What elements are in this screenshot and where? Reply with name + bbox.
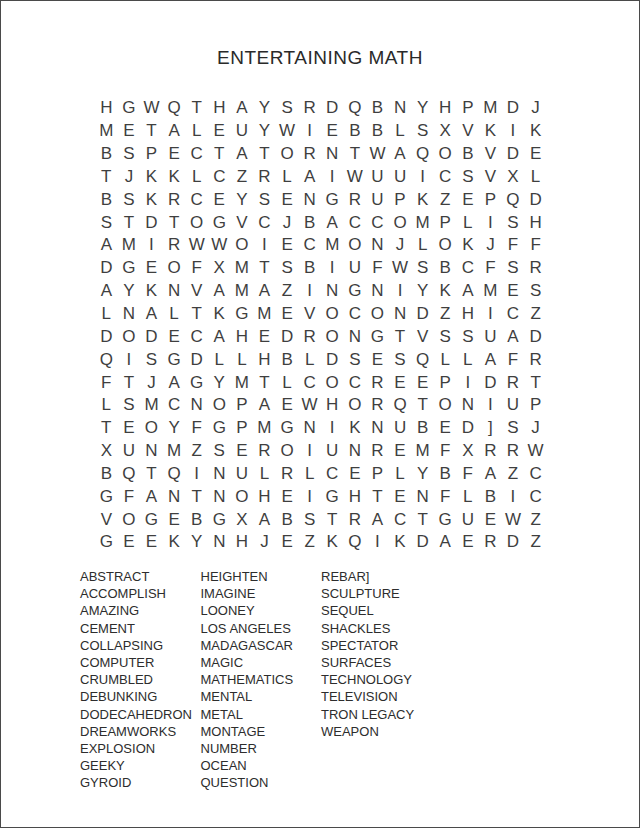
grid-cell-r6c4[interactable]: T [163, 211, 186, 234]
grid-cell-r8c12[interactable]: U [344, 257, 367, 280]
grid-cell-r18c16[interactable]: F [434, 485, 457, 508]
grid-cell-r9c8[interactable]: A [253, 280, 276, 303]
grid-cell-r8c10[interactable]: B [298, 257, 321, 280]
grid-cell-r20c11[interactable]: K [321, 531, 344, 554]
grid-cell-r2c11[interactable]: E [321, 120, 344, 143]
grid-cell-r10c5[interactable]: T [185, 303, 208, 326]
grid-cell-r8c18[interactable]: F [479, 257, 502, 280]
grid-cell-r17c18[interactable]: A [479, 463, 502, 486]
grid-cell-r7c3[interactable]: I [140, 234, 163, 257]
grid-cell-r7c2[interactable]: M [118, 234, 141, 257]
grid-cell-r18c18[interactable]: B [479, 485, 502, 508]
grid-cell-r4c20[interactable]: L [524, 166, 547, 189]
grid-cell-r1c2[interactable]: G [118, 97, 141, 120]
grid-cell-r17c19[interactable]: Z [502, 463, 525, 486]
grid-cell-r14c9[interactable]: E [276, 394, 299, 417]
grid-cell-r13c12[interactable]: C [344, 371, 367, 394]
grid-cell-r7c12[interactable]: O [344, 234, 367, 257]
grid-cell-r13c14[interactable]: E [389, 371, 412, 394]
grid-cell-r2c20[interactable]: K [524, 120, 547, 143]
grid-cell-r5c9[interactable]: E [276, 188, 299, 211]
grid-cell-r12c10[interactable]: L [298, 348, 321, 371]
grid-cell-r10c18[interactable]: I [479, 303, 502, 326]
grid-cell-r14c1[interactable]: L [95, 394, 118, 417]
grid-cell-r6c6[interactable]: G [208, 211, 231, 234]
grid-cell-r20c16[interactable]: A [434, 531, 457, 554]
grid-cell-r12c9[interactable]: B [276, 348, 299, 371]
grid-cell-r11c19[interactable]: A [502, 325, 525, 348]
grid-cell-r20c6[interactable]: N [208, 531, 231, 554]
grid-cell-r5c6[interactable]: E [208, 188, 231, 211]
grid-cell-r11c2[interactable]: O [118, 325, 141, 348]
grid-cell-r18c4[interactable]: N [163, 485, 186, 508]
grid-cell-r5c19[interactable]: Q [502, 188, 525, 211]
grid-cell-r5c14[interactable]: P [389, 188, 412, 211]
grid-cell-r8c14[interactable]: W [389, 257, 412, 280]
grid-cell-r2c18[interactable]: K [479, 120, 502, 143]
grid-cell-r5c4[interactable]: R [163, 188, 186, 211]
grid-cell-r8c20[interactable]: R [524, 257, 547, 280]
grid-cell-r7c18[interactable]: J [479, 234, 502, 257]
grid-cell-r8c3[interactable]: E [140, 257, 163, 280]
grid-cell-r14c12[interactable]: O [344, 394, 367, 417]
grid-cell-r3c4[interactable]: E [163, 143, 186, 166]
grid-cell-r6c20[interactable]: H [524, 211, 547, 234]
grid-cell-r13c4[interactable]: A [163, 371, 186, 394]
grid-cell-r2c16[interactable]: X [434, 120, 457, 143]
grid-cell-r12c6[interactable]: L [208, 348, 231, 371]
grid-cell-r3c8[interactable]: T [253, 143, 276, 166]
grid-cell-r11c5[interactable]: C [185, 325, 208, 348]
grid-cell-r6c19[interactable]: S [502, 211, 525, 234]
grid-cell-r15c8[interactable]: M [253, 417, 276, 440]
grid-cell-r1c13[interactable]: B [366, 97, 389, 120]
grid-cell-r9c1[interactable]: A [95, 280, 118, 303]
grid-cell-r16c14[interactable]: E [389, 440, 412, 463]
grid-cell-r9c16[interactable]: K [434, 280, 457, 303]
grid-cell-r6c18[interactable]: I [479, 211, 502, 234]
grid-cell-r12c7[interactable]: L [231, 348, 254, 371]
grid-cell-r3c3[interactable]: P [140, 143, 163, 166]
grid-cell-r11c1[interactable]: D [95, 325, 118, 348]
grid-cell-r2c14[interactable]: L [389, 120, 412, 143]
grid-cell-r10c3[interactable]: A [140, 303, 163, 326]
grid-cell-r16c12[interactable]: N [344, 440, 367, 463]
grid-cell-r1c5[interactable]: T [185, 97, 208, 120]
grid-cell-r3c10[interactable]: R [298, 143, 321, 166]
grid-cell-r19c13[interactable]: A [366, 508, 389, 531]
grid-cell-r5c7[interactable]: Y [231, 188, 254, 211]
grid-cell-r5c20[interactable]: D [524, 188, 547, 211]
grid-cell-r12c12[interactable]: S [344, 348, 367, 371]
grid-cell-r17c10[interactable]: L [298, 463, 321, 486]
grid-cell-r14c18[interactable]: I [479, 394, 502, 417]
grid-cell-r20c19[interactable]: D [502, 531, 525, 554]
grid-cell-r10c14[interactable]: N [389, 303, 412, 326]
grid-cell-r15c13[interactable]: N [366, 417, 389, 440]
grid-cell-r8c19[interactable]: S [502, 257, 525, 280]
grid-cell-r16c9[interactable]: O [276, 440, 299, 463]
grid-cell-r3c12[interactable]: T [344, 143, 367, 166]
grid-cell-r2c7[interactable]: U [231, 120, 254, 143]
grid-cell-r16c18[interactable]: R [479, 440, 502, 463]
grid-cell-r17c3[interactable]: T [140, 463, 163, 486]
grid-cell-r14c17[interactable]: N [457, 394, 480, 417]
grid-cell-r7c20[interactable]: F [524, 234, 547, 257]
grid-cell-r5c15[interactable]: K [411, 188, 434, 211]
grid-cell-r18c2[interactable]: F [118, 485, 141, 508]
grid-cell-r18c14[interactable]: E [389, 485, 412, 508]
grid-cell-r4c4[interactable]: K [163, 166, 186, 189]
grid-cell-r17c13[interactable]: P [366, 463, 389, 486]
grid-cell-r9c20[interactable]: S [524, 280, 547, 303]
grid-cell-r12c13[interactable]: E [366, 348, 389, 371]
grid-cell-r5c17[interactable]: E [457, 188, 480, 211]
grid-cell-r20c2[interactable]: E [118, 531, 141, 554]
grid-cell-r7c10[interactable]: C [298, 234, 321, 257]
grid-cell-r13c18[interactable]: D [479, 371, 502, 394]
grid-cell-r7c13[interactable]: N [366, 234, 389, 257]
grid-cell-r7c11[interactable]: M [321, 234, 344, 257]
grid-cell-r17c12[interactable]: E [344, 463, 367, 486]
grid-cell-r16c20[interactable]: W [524, 440, 547, 463]
grid-cell-r10c15[interactable]: D [411, 303, 434, 326]
grid-cell-r12c17[interactable]: L [457, 348, 480, 371]
grid-cell-r19c14[interactable]: C [389, 508, 412, 531]
grid-cell-r1c19[interactable]: D [502, 97, 525, 120]
grid-cell-r20c7[interactable]: H [231, 531, 254, 554]
grid-cell-r2c15[interactable]: S [411, 120, 434, 143]
grid-cell-r18c12[interactable]: H [344, 485, 367, 508]
grid-cell-r15c18[interactable]: ] [479, 417, 502, 440]
grid-cell-r9c12[interactable]: G [344, 280, 367, 303]
grid-cell-r2c13[interactable]: B [366, 120, 389, 143]
grid-cell-r12c8[interactable]: H [253, 348, 276, 371]
grid-cell-r18c11[interactable]: G [321, 485, 344, 508]
grid-cell-r12c14[interactable]: S [389, 348, 412, 371]
grid-cell-r14c2[interactable]: S [118, 394, 141, 417]
grid-cell-r13c16[interactable]: P [434, 371, 457, 394]
grid-cell-r5c18[interactable]: P [479, 188, 502, 211]
grid-cell-r14c20[interactable]: P [524, 394, 547, 417]
grid-cell-r7c16[interactable]: O [434, 234, 457, 257]
grid-cell-r6c11[interactable]: A [321, 211, 344, 234]
grid-cell-r15c11[interactable]: I [321, 417, 344, 440]
grid-cell-r16c15[interactable]: M [411, 440, 434, 463]
grid-cell-r20c18[interactable]: R [479, 531, 502, 554]
grid-cell-r10c6[interactable]: K [208, 303, 231, 326]
grid-cell-r6c17[interactable]: L [457, 211, 480, 234]
grid-cell-r10c20[interactable]: Z [524, 303, 547, 326]
grid-cell-r8c1[interactable]: D [95, 257, 118, 280]
grid-cell-r1c10[interactable]: R [298, 97, 321, 120]
grid-cell-r3c18[interactable]: V [479, 143, 502, 166]
grid-cell-r16c17[interactable]: X [457, 440, 480, 463]
grid-cell-r1c3[interactable]: W [140, 97, 163, 120]
grid-cell-r4c15[interactable]: I [411, 166, 434, 189]
grid-cell-r2c17[interactable]: V [457, 120, 480, 143]
grid-cell-r15c6[interactable]: G [208, 417, 231, 440]
grid-cell-r12c15[interactable]: Q [411, 348, 434, 371]
grid-cell-r5c1[interactable]: B [95, 188, 118, 211]
grid-cell-r10c4[interactable]: L [163, 303, 186, 326]
grid-cell-r6c7[interactable]: V [231, 211, 254, 234]
grid-cell-r16c2[interactable]: U [118, 440, 141, 463]
grid-cell-r16c4[interactable]: M [163, 440, 186, 463]
grid-cell-r10c17[interactable]: H [457, 303, 480, 326]
grid-cell-r12c5[interactable]: D [185, 348, 208, 371]
grid-cell-r1c12[interactable]: Q [344, 97, 367, 120]
grid-cell-r5c3[interactable]: K [140, 188, 163, 211]
grid-cell-r17c2[interactable]: Q [118, 463, 141, 486]
grid-cell-r5c11[interactable]: G [321, 188, 344, 211]
grid-cell-r15c12[interactable]: K [344, 417, 367, 440]
grid-cell-r11c20[interactable]: D [524, 325, 547, 348]
grid-cell-r1c8[interactable]: Y [253, 97, 276, 120]
grid-cell-r6c5[interactable]: O [185, 211, 208, 234]
grid-cell-r7c7[interactable]: O [231, 234, 254, 257]
grid-cell-r5c16[interactable]: Z [434, 188, 457, 211]
grid-cell-r13c10[interactable]: C [298, 371, 321, 394]
grid-cell-r17c11[interactable]: C [321, 463, 344, 486]
grid-cell-r9c3[interactable]: K [140, 280, 163, 303]
grid-cell-r20c1[interactable]: G [95, 531, 118, 554]
grid-cell-r3c19[interactable]: D [502, 143, 525, 166]
grid-cell-r19c15[interactable]: T [411, 508, 434, 531]
grid-cell-r4c17[interactable]: S [457, 166, 480, 189]
grid-cell-r15c7[interactable]: P [231, 417, 254, 440]
grid-cell-r20c4[interactable]: K [163, 531, 186, 554]
grid-cell-r5c5[interactable]: C [185, 188, 208, 211]
grid-cell-r3c2[interactable]: S [118, 143, 141, 166]
grid-cell-r3c11[interactable]: N [321, 143, 344, 166]
grid-cell-r19c1[interactable]: V [95, 508, 118, 531]
grid-cell-r8c9[interactable]: S [276, 257, 299, 280]
grid-cell-r14c16[interactable]: O [434, 394, 457, 417]
grid-cell-r3c6[interactable]: T [208, 143, 231, 166]
grid-cell-r20c9[interactable]: E [276, 531, 299, 554]
grid-cell-r9c11[interactable]: N [321, 280, 344, 303]
grid-cell-r19c9[interactable]: B [276, 508, 299, 531]
grid-cell-r19c3[interactable]: G [140, 508, 163, 531]
grid-cell-r20c12[interactable]: Q [344, 531, 367, 554]
grid-cell-r13c8[interactable]: T [253, 371, 276, 394]
grid-cell-r1c9[interactable]: S [276, 97, 299, 120]
grid-cell-r7c19[interactable]: F [502, 234, 525, 257]
grid-cell-r11c9[interactable]: D [276, 325, 299, 348]
grid-cell-r10c10[interactable]: V [298, 303, 321, 326]
grid-cell-r11c3[interactable]: D [140, 325, 163, 348]
grid-cell-r17c4[interactable]: Q [163, 463, 186, 486]
grid-cell-r8c16[interactable]: B [434, 257, 457, 280]
grid-cell-r11c6[interactable]: A [208, 325, 231, 348]
grid-cell-r19c12[interactable]: R [344, 508, 367, 531]
grid-cell-r6c10[interactable]: B [298, 211, 321, 234]
grid-cell-r8c8[interactable]: T [253, 257, 276, 280]
grid-cell-r7c14[interactable]: J [389, 234, 412, 257]
grid-cell-r8c15[interactable]: S [411, 257, 434, 280]
grid-cell-r14c10[interactable]: W [298, 394, 321, 417]
grid-cell-r5c13[interactable]: U [366, 188, 389, 211]
grid-cell-r8c6[interactable]: X [208, 257, 231, 280]
grid-cell-r2c3[interactable]: T [140, 120, 163, 143]
grid-cell-r7c5[interactable]: W [185, 234, 208, 257]
grid-cell-r11c18[interactable]: U [479, 325, 502, 348]
grid-cell-r12c16[interactable]: L [434, 348, 457, 371]
grid-cell-r2c6[interactable]: E [208, 120, 231, 143]
grid-cell-r19c6[interactable]: G [208, 508, 231, 531]
grid-cell-r10c2[interactable]: N [118, 303, 141, 326]
grid-cell-r10c12[interactable]: C [344, 303, 367, 326]
grid-cell-r3c16[interactable]: O [434, 143, 457, 166]
grid-cell-r14c8[interactable]: A [253, 394, 276, 417]
grid-cell-r11c12[interactable]: N [344, 325, 367, 348]
grid-cell-r3c5[interactable]: C [185, 143, 208, 166]
grid-cell-r18c6[interactable]: N [208, 485, 231, 508]
grid-cell-r16c6[interactable]: S [208, 440, 231, 463]
grid-cell-r9c5[interactable]: V [185, 280, 208, 303]
grid-cell-r14c4[interactable]: C [163, 394, 186, 417]
grid-cell-r1c11[interactable]: D [321, 97, 344, 120]
grid-cell-r4c10[interactable]: A [298, 166, 321, 189]
grid-cell-r10c16[interactable]: Z [434, 303, 457, 326]
grid-cell-r3c13[interactable]: W [366, 143, 389, 166]
grid-cell-r13c7[interactable]: M [231, 371, 254, 394]
grid-cell-r7c15[interactable]: L [411, 234, 434, 257]
grid-cell-r8c7[interactable]: M [231, 257, 254, 280]
grid-cell-r16c1[interactable]: X [95, 440, 118, 463]
grid-cell-r10c19[interactable]: C [502, 303, 525, 326]
grid-cell-r13c20[interactable]: T [524, 371, 547, 394]
grid-cell-r20c13[interactable]: I [366, 531, 389, 554]
grid-cell-r3c20[interactable]: E [524, 143, 547, 166]
grid-cell-r4c12[interactable]: W [344, 166, 367, 189]
grid-cell-r5c12[interactable]: R [344, 188, 367, 211]
grid-cell-r14c14[interactable]: Q [389, 394, 412, 417]
grid-cell-r7c9[interactable]: E [276, 234, 299, 257]
grid-cell-r4c5[interactable]: L [185, 166, 208, 189]
grid-cell-r14c11[interactable]: H [321, 394, 344, 417]
grid-cell-r19c11[interactable]: T [321, 508, 344, 531]
grid-cell-r11c10[interactable]: R [298, 325, 321, 348]
grid-cell-r13c13[interactable]: R [366, 371, 389, 394]
grid-cell-r9c15[interactable]: Y [411, 280, 434, 303]
grid-cell-r19c10[interactable]: S [298, 508, 321, 531]
grid-cell-r18c7[interactable]: O [231, 485, 254, 508]
grid-cell-r13c5[interactable]: G [185, 371, 208, 394]
grid-cell-r15c17[interactable]: D [457, 417, 480, 440]
grid-cell-r10c1[interactable]: L [95, 303, 118, 326]
grid-cell-r3c1[interactable]: B [95, 143, 118, 166]
grid-cell-r13c11[interactable]: O [321, 371, 344, 394]
grid-cell-r15c3[interactable]: O [140, 417, 163, 440]
grid-cell-r14c19[interactable]: U [502, 394, 525, 417]
grid-cell-r11c13[interactable]: G [366, 325, 389, 348]
grid-cell-r17c5[interactable]: I [185, 463, 208, 486]
grid-cell-r18c13[interactable]: T [366, 485, 389, 508]
grid-cell-r17c9[interactable]: R [276, 463, 299, 486]
grid-cell-r4c6[interactable]: C [208, 166, 231, 189]
grid-cell-r2c5[interactable]: L [185, 120, 208, 143]
grid-cell-r18c8[interactable]: H [253, 485, 276, 508]
grid-cell-r9c19[interactable]: E [502, 280, 525, 303]
grid-cell-r13c19[interactable]: R [502, 371, 525, 394]
grid-cell-r2c8[interactable]: Y [253, 120, 276, 143]
grid-cell-r19c7[interactable]: X [231, 508, 254, 531]
grid-cell-r18c20[interactable]: C [524, 485, 547, 508]
grid-cell-r2c2[interactable]: E [118, 120, 141, 143]
grid-cell-r4c14[interactable]: U [389, 166, 412, 189]
grid-cell-r20c10[interactable]: Z [298, 531, 321, 554]
grid-cell-r20c8[interactable]: J [253, 531, 276, 554]
grid-cell-r13c3[interactable]: J [140, 371, 163, 394]
grid-cell-r8c2[interactable]: G [118, 257, 141, 280]
grid-cell-r16c5[interactable]: Z [185, 440, 208, 463]
grid-cell-r4c16[interactable]: C [434, 166, 457, 189]
grid-cell-r9c7[interactable]: M [231, 280, 254, 303]
grid-cell-r6c14[interactable]: O [389, 211, 412, 234]
grid-cell-r1c14[interactable]: N [389, 97, 412, 120]
grid-cell-r1c6[interactable]: H [208, 97, 231, 120]
grid-cell-r12c19[interactable]: F [502, 348, 525, 371]
grid-cell-r2c12[interactable]: B [344, 120, 367, 143]
grid-cell-r14c13[interactable]: R [366, 394, 389, 417]
grid-cell-r15c16[interactable]: E [434, 417, 457, 440]
grid-cell-r20c14[interactable]: K [389, 531, 412, 554]
grid-cell-r20c20[interactable]: Z [524, 531, 547, 554]
grid-cell-r9c9[interactable]: Z [276, 280, 299, 303]
grid-cell-r8c13[interactable]: F [366, 257, 389, 280]
grid-cell-r6c1[interactable]: S [95, 211, 118, 234]
grid-cell-r19c20[interactable]: Z [524, 508, 547, 531]
grid-cell-r7c6[interactable]: W [208, 234, 231, 257]
grid-cell-r17c20[interactable]: C [524, 463, 547, 486]
grid-cell-r17c15[interactable]: Y [411, 463, 434, 486]
grid-cell-r4c11[interactable]: I [321, 166, 344, 189]
grid-cell-r15c14[interactable]: U [389, 417, 412, 440]
grid-cell-r14c7[interactable]: P [231, 394, 254, 417]
grid-cell-r15c2[interactable]: E [118, 417, 141, 440]
grid-cell-r20c15[interactable]: D [411, 531, 434, 554]
grid-cell-r19c17[interactable]: U [457, 508, 480, 531]
grid-cell-r16c19[interactable]: R [502, 440, 525, 463]
grid-cell-r8c5[interactable]: F [185, 257, 208, 280]
grid-cell-r5c10[interactable]: N [298, 188, 321, 211]
grid-cell-r18c17[interactable]: L [457, 485, 480, 508]
grid-cell-r6c15[interactable]: M [411, 211, 434, 234]
grid-cell-r2c19[interactable]: I [502, 120, 525, 143]
grid-cell-r5c2[interactable]: S [118, 188, 141, 211]
grid-cell-r13c1[interactable]: F [95, 371, 118, 394]
grid-cell-r8c4[interactable]: O [163, 257, 186, 280]
grid-cell-r3c17[interactable]: B [457, 143, 480, 166]
grid-cell-r12c3[interactable]: S [140, 348, 163, 371]
grid-cell-r10c13[interactable]: O [366, 303, 389, 326]
grid-cell-r7c17[interactable]: K [457, 234, 480, 257]
grid-cell-r11c17[interactable]: S [457, 325, 480, 348]
grid-cell-r15c4[interactable]: Y [163, 417, 186, 440]
grid-cell-r15c10[interactable]: N [298, 417, 321, 440]
grid-cell-r16c10[interactable]: I [298, 440, 321, 463]
grid-cell-r11c11[interactable]: O [321, 325, 344, 348]
grid-cell-r15c1[interactable]: T [95, 417, 118, 440]
grid-cell-r13c6[interactable]: Y [208, 371, 231, 394]
grid-cell-r11c16[interactable]: S [434, 325, 457, 348]
grid-cell-r4c8[interactable]: R [253, 166, 276, 189]
grid-cell-r16c13[interactable]: R [366, 440, 389, 463]
grid-cell-r3c15[interactable]: Q [411, 143, 434, 166]
grid-cell-r9c4[interactable]: N [163, 280, 186, 303]
